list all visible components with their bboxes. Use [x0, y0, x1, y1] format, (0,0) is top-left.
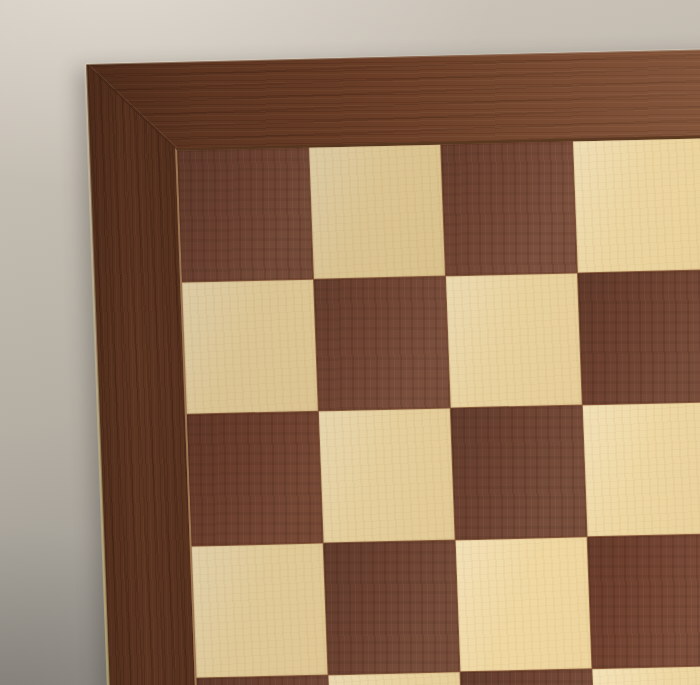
board-square: [192, 544, 328, 678]
board-square: [578, 270, 700, 404]
board-square: [187, 412, 323, 546]
board-square: [177, 148, 313, 282]
board-square: [583, 402, 700, 536]
board-square: [441, 142, 577, 276]
photo-scene: [0, 0, 700, 685]
board-square: [314, 277, 450, 411]
board-square: [588, 534, 700, 668]
board-square: [324, 540, 460, 674]
board-square: [319, 409, 455, 543]
board-square: [592, 666, 700, 685]
board-square: [451, 405, 587, 539]
board-squares-grid: [175, 123, 700, 685]
board-square: [309, 145, 445, 279]
board-square: [573, 138, 700, 272]
chess-board: [86, 32, 700, 685]
board-square: [456, 537, 592, 671]
board-square: [329, 672, 465, 685]
board-square: [461, 669, 597, 685]
board-square: [446, 273, 582, 407]
board-square: [182, 280, 318, 414]
